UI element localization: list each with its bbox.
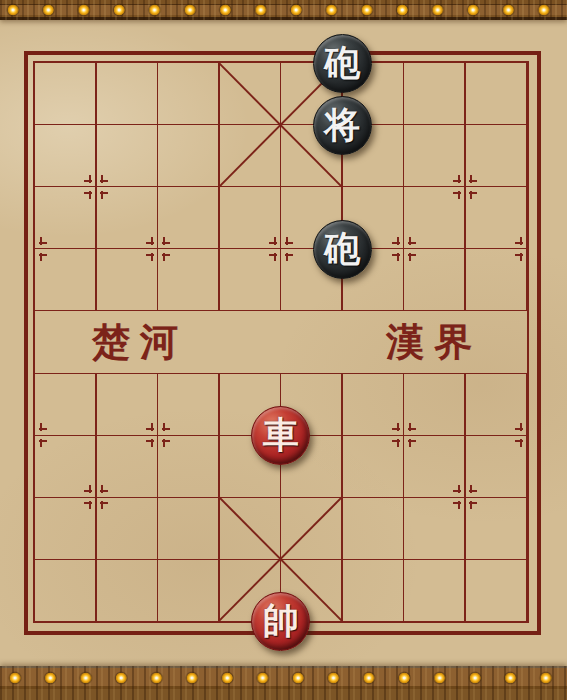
piece-character: 砲 [324, 45, 360, 81]
piece-red-general[interactable]: 帥 [251, 592, 310, 651]
piece-character: 将 [324, 107, 360, 143]
piece-black-cannon[interactable]: 砲 [313, 220, 372, 279]
board-intersections-grid[interactable]: 砲将砲車帥 [4, 32, 558, 652]
bottom-wood-frame-studs [0, 666, 567, 700]
xiangqi-app: 楚河 漢界 砲将砲車帥 [0, 0, 567, 700]
top-wood-frame-studs [0, 0, 567, 20]
piece-character: 砲 [324, 231, 360, 267]
piece-black-cannon[interactable]: 砲 [313, 34, 372, 93]
piece-character: 車 [263, 417, 299, 453]
piece-red-chariot[interactable]: 車 [251, 406, 310, 465]
piece-black-general[interactable]: 将 [313, 96, 372, 155]
piece-character: 帥 [263, 603, 299, 639]
